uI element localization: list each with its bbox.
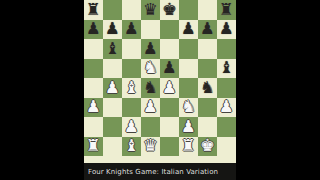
square-g1[interactable]: ♚ xyxy=(198,137,217,157)
piece-black-pawn-e5: ♟ xyxy=(162,60,177,77)
square-d2[interactable] xyxy=(141,117,160,137)
square-b1[interactable] xyxy=(103,137,122,157)
square-b3[interactable] xyxy=(103,98,122,118)
square-f2[interactable]: ♟ xyxy=(179,117,198,137)
opening-name-label: Four Knights Game: Italian Variation xyxy=(84,168,218,176)
square-d4[interactable]: ♞ xyxy=(141,78,160,98)
piece-white-pawn-b4: ♟ xyxy=(105,79,120,96)
square-c8[interactable] xyxy=(122,0,141,20)
square-d3[interactable]: ♟ xyxy=(141,98,160,118)
piece-white-knight-f3: ♞ xyxy=(181,99,196,116)
piece-black-knight-g4: ♞ xyxy=(200,79,215,96)
pillarbox-right xyxy=(236,0,320,180)
piece-black-pawn-h7: ♟ xyxy=(219,21,234,38)
square-e6[interactable] xyxy=(160,39,179,59)
square-e2[interactable] xyxy=(160,117,179,137)
square-d7[interactable] xyxy=(141,20,160,40)
square-c4[interactable]: ♝ xyxy=(122,78,141,98)
piece-white-king-g1: ♚ xyxy=(200,138,215,155)
square-f4[interactable] xyxy=(179,78,198,98)
square-f6[interactable] xyxy=(179,39,198,59)
piece-white-pawn-h3: ♟ xyxy=(219,99,234,116)
square-b7[interactable]: ♟ xyxy=(103,20,122,40)
square-f8[interactable] xyxy=(179,0,198,20)
piece-white-rook-f1: ♜ xyxy=(181,138,196,155)
square-g8[interactable] xyxy=(198,0,217,20)
square-c3[interactable] xyxy=(122,98,141,118)
square-g6[interactable] xyxy=(198,39,217,59)
square-h4[interactable] xyxy=(217,78,236,98)
square-f3[interactable]: ♞ xyxy=(179,98,198,118)
square-e8[interactable]: ♚ xyxy=(160,0,179,20)
square-e1[interactable] xyxy=(160,137,179,157)
square-c7[interactable]: ♟ xyxy=(122,20,141,40)
square-h6[interactable] xyxy=(217,39,236,59)
square-b8[interactable] xyxy=(103,0,122,20)
piece-white-bishop-c1: ♝ xyxy=(124,138,139,155)
piece-white-knight-d5: ♞ xyxy=(143,60,158,77)
square-a1[interactable]: ♜ xyxy=(84,137,103,157)
square-a6[interactable] xyxy=(84,39,103,59)
square-b2[interactable] xyxy=(103,117,122,137)
chess-board[interactable]: ♜♛♚♜♟♟♟♟♟♟♝♟♞♟♝♟♝♞♟♞♟♟♞♟♟♟♜♝♛♜♚ xyxy=(84,0,236,156)
square-e7[interactable] xyxy=(160,20,179,40)
square-g5[interactable] xyxy=(198,59,217,79)
piece-black-rook-h8: ♜ xyxy=(219,1,234,18)
caption-bar: Four Knights Game: Italian Variation xyxy=(84,163,236,180)
piece-white-pawn-e4: ♟ xyxy=(162,79,177,96)
square-h2[interactable] xyxy=(217,117,236,137)
piece-black-rook-a8: ♜ xyxy=(86,1,101,18)
square-f1[interactable]: ♜ xyxy=(179,137,198,157)
video-content[interactable]: ♜♛♚♜♟♟♟♟♟♟♝♟♞♟♝♟♝♞♟♞♟♟♞♟♟♟♜♝♛♜♚ Four Kni… xyxy=(84,0,236,180)
piece-black-queen-d8: ♛ xyxy=(143,1,158,18)
square-a7[interactable]: ♟ xyxy=(84,20,103,40)
square-d6[interactable]: ♟ xyxy=(141,39,160,59)
square-c2[interactable]: ♟ xyxy=(122,117,141,137)
piece-black-pawn-a7: ♟ xyxy=(86,21,101,38)
video-frame: ♜♛♚♜♟♟♟♟♟♟♝♟♞♟♝♟♝♞♟♞♟♟♞♟♟♟♜♝♛♜♚ Four Kni… xyxy=(0,0,320,180)
piece-white-bishop-c4: ♝ xyxy=(124,79,139,96)
square-h1[interactable] xyxy=(217,137,236,157)
square-c1[interactable]: ♝ xyxy=(122,137,141,157)
square-d8[interactable]: ♛ xyxy=(141,0,160,20)
square-e5[interactable]: ♟ xyxy=(160,59,179,79)
square-c5[interactable] xyxy=(122,59,141,79)
square-e3[interactable] xyxy=(160,98,179,118)
piece-white-rook-a1: ♜ xyxy=(86,138,101,155)
piece-black-bishop-b6: ♝ xyxy=(105,40,120,57)
piece-white-pawn-d3: ♟ xyxy=(143,99,158,116)
square-g4[interactable]: ♞ xyxy=(198,78,217,98)
square-g3[interactable] xyxy=(198,98,217,118)
square-h5[interactable]: ♝ xyxy=(217,59,236,79)
square-a3[interactable]: ♟ xyxy=(84,98,103,118)
piece-black-knight-d4: ♞ xyxy=(143,79,158,96)
square-f5[interactable] xyxy=(179,59,198,79)
piece-black-pawn-b7: ♟ xyxy=(105,21,120,38)
square-h8[interactable]: ♜ xyxy=(217,0,236,20)
square-g7[interactable]: ♟ xyxy=(198,20,217,40)
square-d5[interactable]: ♞ xyxy=(141,59,160,79)
square-a8[interactable]: ♜ xyxy=(84,0,103,20)
square-a5[interactable] xyxy=(84,59,103,79)
square-g2[interactable] xyxy=(198,117,217,137)
square-b5[interactable] xyxy=(103,59,122,79)
square-b6[interactable]: ♝ xyxy=(103,39,122,59)
piece-black-pawn-d6: ♟ xyxy=(143,40,158,57)
piece-black-bishop-h5: ♝ xyxy=(219,60,234,77)
square-c6[interactable] xyxy=(122,39,141,59)
piece-black-pawn-c7: ♟ xyxy=(124,21,139,38)
square-a4[interactable] xyxy=(84,78,103,98)
piece-black-king-e8: ♚ xyxy=(162,1,177,18)
piece-black-pawn-f7: ♟ xyxy=(181,21,196,38)
square-b4[interactable]: ♟ xyxy=(103,78,122,98)
square-h7[interactable]: ♟ xyxy=(217,20,236,40)
square-a2[interactable] xyxy=(84,117,103,137)
piece-white-pawn-c2: ♟ xyxy=(124,118,139,135)
square-f7[interactable]: ♟ xyxy=(179,20,198,40)
pillarbox-left xyxy=(0,0,84,180)
piece-white-pawn-a3: ♟ xyxy=(86,99,101,116)
piece-white-pawn-f2: ♟ xyxy=(181,118,196,135)
square-h3[interactable]: ♟ xyxy=(217,98,236,118)
piece-black-pawn-g7: ♟ xyxy=(200,21,215,38)
square-d1[interactable]: ♛ xyxy=(141,137,160,157)
piece-white-queen-d1: ♛ xyxy=(143,138,158,155)
square-e4[interactable]: ♟ xyxy=(160,78,179,98)
board-bottom-margin xyxy=(84,156,236,163)
